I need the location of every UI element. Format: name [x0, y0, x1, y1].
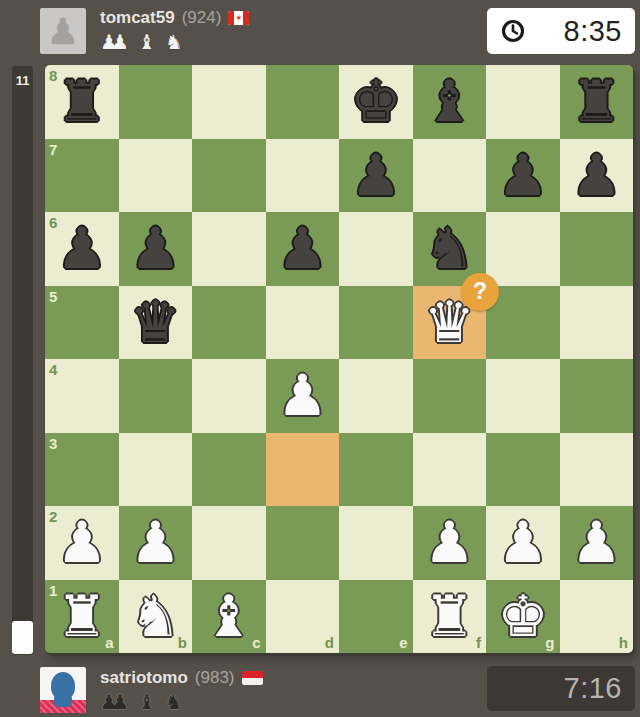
bottom-player-avatar[interactable]	[40, 667, 86, 713]
square-e6[interactable]	[339, 212, 413, 286]
captured-bishop-icon: ♝	[138, 32, 156, 52]
square-c6[interactable]	[192, 212, 266, 286]
avatar-head	[51, 672, 75, 700]
square-f8[interactable]: ♝	[413, 65, 487, 139]
square-d3[interactable]	[266, 433, 340, 507]
square-g2[interactable]: ♟	[486, 506, 560, 580]
square-a2[interactable]: 2♟	[45, 506, 119, 580]
square-e4[interactable]	[339, 359, 413, 433]
black-bishop-f8[interactable]: ♝	[413, 65, 487, 139]
white-king-g1[interactable]: ♚	[486, 580, 560, 654]
square-d2[interactable]	[266, 506, 340, 580]
black-queen-b5[interactable]: ♛	[119, 286, 193, 360]
file-label-d: d	[325, 635, 334, 650]
square-g4[interactable]	[486, 359, 560, 433]
black-pawn-a6[interactable]: ♟	[45, 212, 119, 286]
white-pawn-f2[interactable]: ♟	[413, 506, 487, 580]
eval-value: 11	[12, 73, 33, 88]
captured-knight-icon: ♞	[165, 692, 183, 712]
clock-icon	[501, 19, 525, 43]
square-d4[interactable]: ♟	[266, 359, 340, 433]
square-f4[interactable]	[413, 359, 487, 433]
square-e8[interactable]: ♚	[339, 65, 413, 139]
black-pawn-d6[interactable]: ♟	[266, 212, 340, 286]
rank-label-5: 5	[49, 289, 57, 304]
square-b6[interactable]: ♟	[119, 212, 193, 286]
white-rook-a1[interactable]: ♜	[45, 580, 119, 654]
top-player-clock: 8:35	[487, 8, 635, 54]
rank-label-3: 3	[49, 436, 57, 451]
white-pawn-a2[interactable]: ♟	[45, 506, 119, 580]
square-f1[interactable]: f♜	[413, 580, 487, 654]
square-a3[interactable]: 3	[45, 433, 119, 507]
white-pawn-d4[interactable]: ♟	[266, 359, 340, 433]
square-d1[interactable]: d	[266, 580, 340, 654]
square-c5[interactable]	[192, 286, 266, 360]
square-e3[interactable]	[339, 433, 413, 507]
bottom-player-captured-pieces: ♟♟♝♞	[100, 690, 183, 714]
square-a6[interactable]: 6♟	[45, 212, 119, 286]
square-g7[interactable]: ♟	[486, 139, 560, 213]
white-pawn-g2[interactable]: ♟	[486, 506, 560, 580]
bottom-player-username: satriotomo	[100, 668, 188, 688]
square-g8[interactable]	[486, 65, 560, 139]
rank-label-7: 7	[49, 142, 57, 157]
square-c7[interactable]	[192, 139, 266, 213]
top-player-name-row[interactable]: tomcat59 (924) ✶	[100, 8, 249, 28]
square-h2[interactable]: ♟	[560, 506, 634, 580]
captured-two-pawns-icon: ♟♟	[100, 32, 129, 52]
square-b3[interactable]	[119, 433, 193, 507]
square-e5[interactable]	[339, 286, 413, 360]
top-player-bar: ♟ tomcat59 (924) ✶ ♟♟♝♞ 8:35	[0, 0, 640, 62]
square-h6[interactable]	[560, 212, 634, 286]
white-knight-b1[interactable]: ♞	[119, 580, 193, 654]
indonesia-flag-icon	[242, 671, 263, 685]
chess-board[interactable]: 8♜♚♝♜7♟♟♟6♟♟♟♞5♛♛4♟32♟♟♟♟♟1a♜b♞c♝def♜g♚h…	[45, 65, 633, 653]
square-e1[interactable]: e	[339, 580, 413, 654]
square-f2[interactable]: ♟	[413, 506, 487, 580]
top-player-avatar[interactable]: ♟	[40, 8, 86, 54]
top-player-time: 8:35	[564, 15, 622, 48]
canada-flag-icon: ✶	[228, 11, 249, 25]
square-a4[interactable]: 4	[45, 359, 119, 433]
square-b2[interactable]: ♟	[119, 506, 193, 580]
white-pawn-h2[interactable]: ♟	[560, 506, 634, 580]
file-label-h: h	[619, 635, 628, 650]
top-player-captured-pieces: ♟♟♝♞	[100, 30, 183, 54]
white-rook-f1[interactable]: ♜	[413, 580, 487, 654]
square-g3[interactable]	[486, 433, 560, 507]
bottom-player-clock: 7:16	[487, 666, 635, 711]
square-e2[interactable]	[339, 506, 413, 580]
captured-two-pawns-icon: ♟♟	[100, 692, 129, 712]
square-a5[interactable]: 5	[45, 286, 119, 360]
square-c4[interactable]	[192, 359, 266, 433]
square-d7[interactable]	[266, 139, 340, 213]
square-c3[interactable]	[192, 433, 266, 507]
bottom-player-bar: satriotomo (983) ♟♟♝♞ 7:16	[0, 660, 640, 717]
top-player-username: tomcat59	[100, 8, 175, 28]
square-c2[interactable]	[192, 506, 266, 580]
square-b4[interactable]	[119, 359, 193, 433]
square-e7[interactable]: ♟	[339, 139, 413, 213]
square-d8[interactable]	[266, 65, 340, 139]
square-c1[interactable]: c♝	[192, 580, 266, 654]
top-player-rating: (924)	[182, 8, 222, 28]
square-h7[interactable]: ♟	[560, 139, 634, 213]
square-h3[interactable]	[560, 433, 634, 507]
black-pawn-e7[interactable]: ♟	[339, 139, 413, 213]
square-h1[interactable]: h	[560, 580, 634, 654]
bottom-player-name-row[interactable]: satriotomo (983)	[100, 668, 263, 688]
square-b7[interactable]	[119, 139, 193, 213]
square-a7[interactable]: 7	[45, 139, 119, 213]
square-b5[interactable]: ♛	[119, 286, 193, 360]
square-f3[interactable]	[413, 433, 487, 507]
bottom-player-time: 7:16	[564, 672, 622, 705]
square-g1[interactable]: g♚	[486, 580, 560, 654]
square-d5[interactable]	[266, 286, 340, 360]
square-a8[interactable]: 8♜	[45, 65, 119, 139]
eval-bar-white-portion	[12, 621, 33, 654]
black-pawn-g7[interactable]: ♟	[486, 139, 560, 213]
square-c8[interactable]	[192, 65, 266, 139]
captured-knight-icon: ♞	[165, 32, 183, 52]
square-g6[interactable]	[486, 212, 560, 286]
black-king-e8[interactable]: ♚	[339, 65, 413, 139]
square-f7[interactable]	[413, 139, 487, 213]
black-pawn-b6[interactable]: ♟	[119, 212, 193, 286]
square-b8[interactable]	[119, 65, 193, 139]
rank-label-4: 4	[49, 362, 57, 377]
pawn-avatar-icon: ♟	[40, 8, 86, 54]
white-pawn-b2[interactable]: ♟	[119, 506, 193, 580]
square-d6[interactable]: ♟	[266, 212, 340, 286]
square-h8[interactable]: ♜	[560, 65, 634, 139]
white-bishop-c1[interactable]: ♝	[192, 580, 266, 654]
black-pawn-h7[interactable]: ♟	[560, 139, 634, 213]
square-b1[interactable]: b♞	[119, 580, 193, 654]
square-h4[interactable]	[560, 359, 634, 433]
black-rook-a8[interactable]: ♜	[45, 65, 119, 139]
mistake-badge: ?	[461, 273, 499, 311]
captured-bishop-icon: ♝	[138, 692, 156, 712]
black-rook-h8[interactable]: ♜	[560, 65, 634, 139]
square-h5[interactable]	[560, 286, 634, 360]
bottom-player-rating: (983)	[195, 668, 235, 688]
eval-bar: 11	[12, 66, 33, 655]
file-label-e: e	[399, 635, 407, 650]
square-a1[interactable]: 1a♜	[45, 580, 119, 654]
